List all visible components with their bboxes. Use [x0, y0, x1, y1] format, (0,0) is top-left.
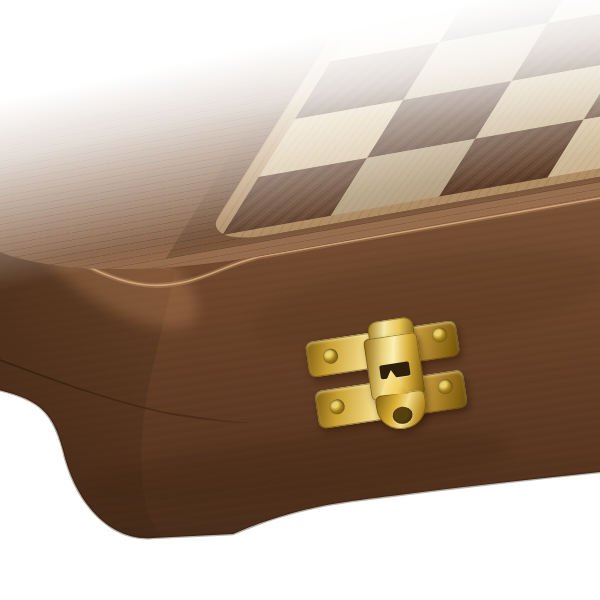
chess-box-photo — [0, 0, 600, 600]
brass-clasp — [303, 309, 480, 461]
